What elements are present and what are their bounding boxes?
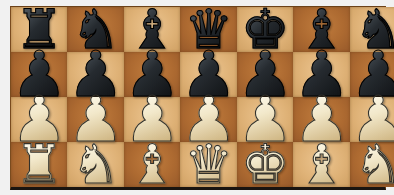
chess-app-canvas: ♜♞♝♛♚♝♞♜♟♟♟♟♟♟♟♟♟♟♟♟♟♟♟♟♜♞♝♛♚♝♞♜ bbox=[0, 0, 394, 195]
chess-board: ♜♞♝♛♚♝♞♜♟♟♟♟♟♟♟♟♟♟♟♟♟♟♟♟♜♞♝♛♚♝♞♜ bbox=[10, 6, 386, 190]
white-queen-piece[interactable]: ♛ bbox=[184, 142, 232, 187]
white-king-piece[interactable]: ♚ bbox=[241, 142, 289, 187]
white-knight-piece[interactable]: ♞ bbox=[354, 142, 394, 187]
white-bishop-piece[interactable]: ♝ bbox=[128, 142, 176, 187]
square-e1[interactable]: ♚ bbox=[237, 142, 293, 187]
square-b1[interactable]: ♞ bbox=[67, 142, 123, 187]
square-g1[interactable]: ♞ bbox=[350, 142, 394, 187]
white-bishop-piece[interactable]: ♝ bbox=[297, 142, 345, 187]
square-c1[interactable]: ♝ bbox=[124, 142, 180, 187]
square-f1[interactable]: ♝ bbox=[293, 142, 349, 187]
square-a1[interactable]: ♜ bbox=[11, 142, 67, 187]
white-rook-piece[interactable]: ♜ bbox=[15, 142, 63, 187]
white-knight-piece[interactable]: ♞ bbox=[72, 142, 120, 187]
square-d1[interactable]: ♛ bbox=[180, 142, 236, 187]
